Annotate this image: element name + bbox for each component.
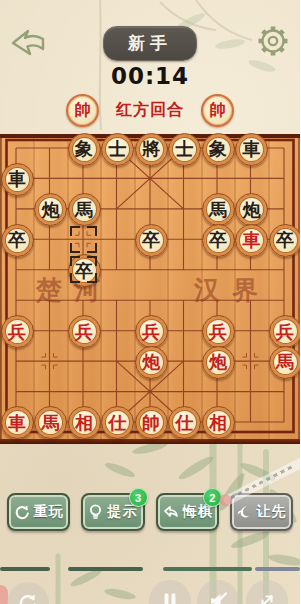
rotate-button[interactable] [7, 582, 49, 604]
piece-red-兵-06[interactable]: 兵 [1, 315, 34, 348]
piece-black-馬-22[interactable]: 馬 [68, 193, 101, 226]
gear-icon [250, 18, 296, 64]
piece-red-炮-47[interactable]: 炮 [135, 346, 168, 379]
piece-black-將-40[interactable]: 將 [135, 133, 168, 166]
piece-black-卒-03[interactable]: 卒 [1, 224, 34, 257]
handicap-label: 让先 [256, 503, 286, 521]
piece-black-象-60[interactable]: 象 [202, 133, 235, 166]
piece-red-帥-49[interactable]: 帥 [135, 406, 168, 439]
hint-button[interactable]: 提示 3 [81, 493, 144, 531]
piece-red-兵-26[interactable]: 兵 [68, 315, 101, 348]
undo-button[interactable]: 悔棋 2 [156, 493, 219, 531]
pause-button[interactable] [149, 580, 191, 604]
piece-black-車-01[interactable]: 車 [1, 163, 34, 196]
settings-button[interactable] [250, 18, 296, 64]
replay-icon [14, 504, 30, 520]
divider-segment [255, 567, 300, 571]
replay-label: 重玩 [34, 503, 64, 521]
level-title: 新手 [128, 33, 172, 53]
piece-red-相-29[interactable]: 相 [68, 406, 101, 439]
river-label-right: 汉界 [194, 273, 270, 308]
back-arrow-icon [13, 31, 43, 54]
fullscreen-button[interactable] [246, 580, 288, 604]
piece-black-卒-43[interactable]: 卒 [135, 224, 168, 257]
piece-black-士-50[interactable]: 士 [168, 133, 201, 166]
divider-segment [0, 567, 50, 571]
mute-button[interactable] [197, 580, 239, 604]
piece-black-卒-63[interactable]: 卒 [202, 224, 235, 257]
piece-black-馬-62[interactable]: 馬 [202, 193, 235, 226]
hint-icon [88, 504, 103, 520]
piece-black-象-20[interactable]: 象 [68, 133, 101, 166]
last-move-mark [70, 226, 97, 253]
piece-black-士-30[interactable]: 士 [101, 133, 134, 166]
divider-segment [68, 567, 143, 571]
volume-muted-icon [207, 590, 229, 604]
pause-icon [160, 591, 180, 604]
fullscreen-icon [256, 590, 278, 604]
hint-count-badge: 3 [129, 488, 148, 507]
undo-icon [162, 505, 179, 520]
game-timer: 00:14 [0, 63, 300, 89]
divider-segment [163, 567, 252, 571]
rotate-icon [17, 592, 39, 604]
piece-red-炮-67[interactable]: 炮 [202, 346, 235, 379]
action-toolbar: 重玩 提示 3 悔棋 2 让先 [7, 493, 293, 529]
replay-button[interactable]: 重玩 [7, 493, 70, 531]
piece-black-車-70[interactable]: 車 [235, 133, 268, 166]
turn-text: 红方回合 [116, 100, 184, 121]
piece-red-兵-66[interactable]: 兵 [202, 315, 235, 348]
red-general-icon: 帥 [66, 94, 99, 127]
piece-red-兵-46[interactable]: 兵 [135, 315, 168, 348]
handicap-icon [236, 504, 252, 520]
handicap-button[interactable]: 让先 [230, 493, 293, 531]
piece-black-卒-83[interactable]: 卒 [269, 224, 301, 257]
undo-count-badge: 2 [203, 488, 222, 507]
xiangqi-board[interactable]: 楚河 汉界 象士將士象車車炮馬馬炮卒卒卒車卒卒兵兵兵兵兵炮炮馬車馬相仕帥仕相 [0, 134, 300, 444]
piece-red-車-09[interactable]: 車 [1, 406, 34, 439]
piece-red-車-73[interactable]: 車 [235, 224, 268, 257]
piece-red-馬-87[interactable]: 馬 [269, 346, 301, 379]
level-title-pill: 新手 [103, 26, 197, 61]
red-general-icon: 帥 [201, 94, 234, 127]
back-button[interactable] [6, 24, 50, 64]
piece-red-相-69[interactable]: 相 [202, 406, 235, 439]
last-move-mark [70, 256, 97, 283]
piece-red-兵-86[interactable]: 兵 [269, 315, 301, 348]
xiangqi-game-screen: 新手 00:14 帥 红方回合 帥 楚河 汉界 象士將士象車車炮馬馬炮卒卒卒車卒 [0, 0, 300, 604]
turn-indicator: 帥 红方回合 帥 [0, 93, 300, 127]
